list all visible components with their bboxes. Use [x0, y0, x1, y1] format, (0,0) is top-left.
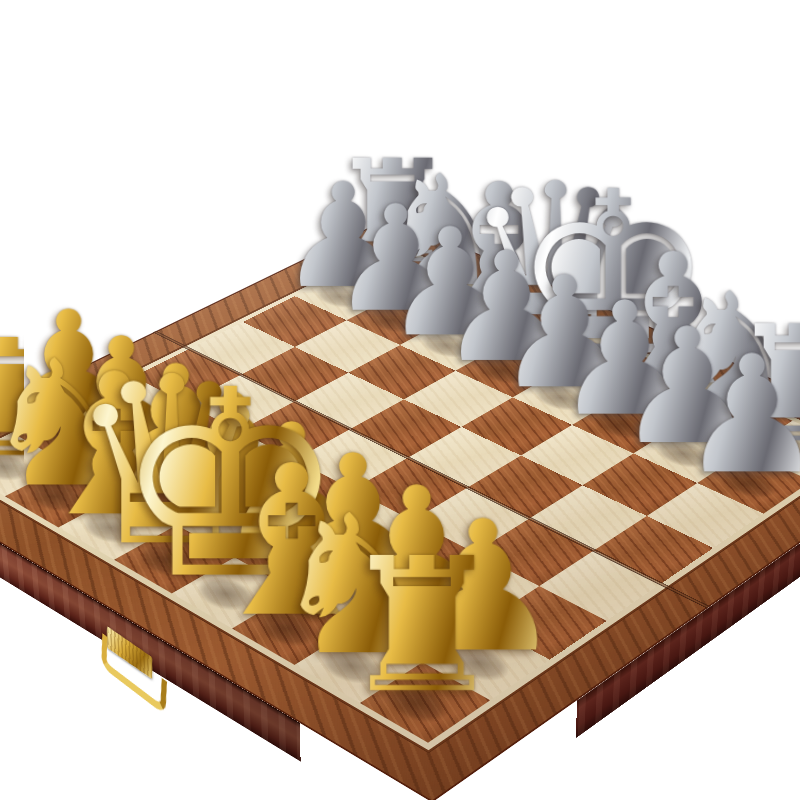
chess-set-photo: ♜♞♝♛♚♝♞♜♟♟♟♟♟♟♟♟♟♟♟♟♟♟♟♟♜♞♝♛♚♝♞♜ — [0, 0, 800, 800]
rook-glyph: ♜ — [249, 534, 595, 719]
pawn-glyph: ♟ — [600, 334, 800, 497]
chess-board: ♜♞♝♛♚♝♞♜♟♟♟♟♟♟♟♟♟♟♟♟♟♟♟♟♜♞♝♛♚♝♞♜ — [0, 217, 800, 800]
